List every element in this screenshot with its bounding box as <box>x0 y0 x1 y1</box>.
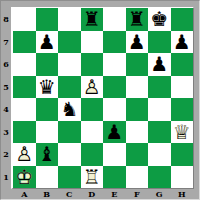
piece-white-rook-d1: ♖ <box>81 166 104 189</box>
square-g3[interactable] <box>148 121 171 144</box>
square-a1[interactable]: ♚♔ <box>13 166 36 189</box>
square-b2[interactable]: ♝ <box>36 143 59 166</box>
rank-label-4: 4 <box>1 98 11 121</box>
rank-label-3: 3 <box>1 121 11 144</box>
square-f1[interactable] <box>126 166 149 189</box>
square-h3[interactable]: ♛♕ <box>171 121 194 144</box>
square-a5[interactable] <box>13 76 36 99</box>
file-label-a: A <box>13 189 36 200</box>
square-g8[interactable]: ♚ <box>148 8 171 31</box>
square-e4[interactable] <box>103 98 126 121</box>
square-d7[interactable] <box>81 31 104 54</box>
file-label-e: E <box>103 189 126 200</box>
square-f7[interactable]: ♟ <box>126 31 149 54</box>
piece-white-king-fill-a1: ♚ <box>13 166 36 189</box>
square-f6[interactable] <box>126 53 149 76</box>
piece-black-pawn-h7: ♟ <box>171 31 194 54</box>
piece-black-pawn-b7: ♟ <box>36 31 59 54</box>
square-h4[interactable] <box>171 98 194 121</box>
piece-black-pawn-g6: ♟ <box>148 53 171 76</box>
file-label-f: F <box>126 189 149 200</box>
square-a2[interactable]: ♟♙ <box>13 143 36 166</box>
piece-white-king-a1: ♔ <box>13 166 36 189</box>
rank-label-1: 1 <box>1 166 11 189</box>
square-a4[interactable] <box>13 98 36 121</box>
piece-black-bishop-b2: ♝ <box>36 143 59 166</box>
chess-board-panel: 87654321 ♜♜♚♟♟♟♟♛♟♙♞♟♛♕♟♙♝♚♔♜♖ ABCDEFGH <box>0 0 200 200</box>
square-d3[interactable] <box>81 121 104 144</box>
square-b8[interactable] <box>36 8 59 31</box>
rank-label-2: 2 <box>1 143 11 166</box>
piece-black-rook-f8: ♜ <box>126 8 149 31</box>
square-c1[interactable] <box>58 166 81 189</box>
piece-white-pawn-a2: ♙ <box>13 143 36 166</box>
square-c8[interactable] <box>58 8 81 31</box>
square-f3[interactable] <box>126 121 149 144</box>
square-f4[interactable] <box>126 98 149 121</box>
square-f2[interactable] <box>126 143 149 166</box>
square-d8[interactable]: ♜ <box>81 8 104 31</box>
piece-white-queen-fill-h3: ♛ <box>171 121 194 144</box>
square-e7[interactable] <box>103 31 126 54</box>
square-d1[interactable]: ♜♖ <box>81 166 104 189</box>
square-c6[interactable] <box>58 53 81 76</box>
square-h8[interactable] <box>171 8 194 31</box>
file-label-g: G <box>148 189 171 200</box>
square-a8[interactable] <box>13 8 36 31</box>
file-label-d: D <box>81 189 104 200</box>
rank-label-7: 7 <box>1 31 11 54</box>
square-e5[interactable] <box>103 76 126 99</box>
piece-white-queen-h3: ♕ <box>171 121 194 144</box>
square-b7[interactable]: ♟ <box>36 31 59 54</box>
square-e2[interactable] <box>103 143 126 166</box>
piece-white-pawn-fill-a2: ♟ <box>13 143 36 166</box>
piece-white-pawn-fill-d5: ♟ <box>81 76 104 99</box>
square-c5[interactable] <box>58 76 81 99</box>
square-b1[interactable] <box>36 166 59 189</box>
square-g5[interactable] <box>148 76 171 99</box>
square-d5[interactable]: ♟♙ <box>81 76 104 99</box>
piece-black-rook-d8: ♜ <box>81 8 104 31</box>
rank-label-8: 8 <box>1 8 11 31</box>
square-f5[interactable] <box>126 76 149 99</box>
square-h5[interactable] <box>171 76 194 99</box>
square-c4[interactable]: ♞ <box>58 98 81 121</box>
square-b5[interactable]: ♛ <box>36 76 59 99</box>
square-a3[interactable] <box>13 121 36 144</box>
square-g1[interactable] <box>148 166 171 189</box>
piece-black-pawn-e3: ♟ <box>103 121 126 144</box>
square-h6[interactable] <box>171 53 194 76</box>
square-e8[interactable] <box>103 8 126 31</box>
square-h7[interactable]: ♟ <box>171 31 194 54</box>
piece-black-knight-c4: ♞ <box>58 98 81 121</box>
square-b3[interactable] <box>36 121 59 144</box>
board: ♜♜♚♟♟♟♟♛♟♙♞♟♛♕♟♙♝♚♔♜♖ <box>11 7 194 189</box>
rank-labels: 87654321 <box>1 8 11 188</box>
piece-black-pawn-f7: ♟ <box>126 31 149 54</box>
piece-black-queen-b5: ♛ <box>36 76 59 99</box>
square-e3[interactable]: ♟ <box>103 121 126 144</box>
piece-white-pawn-d5: ♙ <box>81 76 104 99</box>
square-h1[interactable] <box>171 166 194 189</box>
square-c3[interactable] <box>58 121 81 144</box>
piece-white-rook-fill-d1: ♜ <box>81 166 104 189</box>
square-b4[interactable] <box>36 98 59 121</box>
square-c2[interactable] <box>58 143 81 166</box>
file-labels: ABCDEFGH <box>13 189 193 200</box>
square-h2[interactable] <box>171 143 194 166</box>
square-g2[interactable] <box>148 143 171 166</box>
square-d4[interactable] <box>81 98 104 121</box>
square-g7[interactable] <box>148 31 171 54</box>
square-b6[interactable] <box>36 53 59 76</box>
square-e1[interactable] <box>103 166 126 189</box>
file-label-b: B <box>36 189 59 200</box>
file-label-c: C <box>58 189 81 200</box>
square-d6[interactable] <box>81 53 104 76</box>
rank-label-6: 6 <box>1 53 11 76</box>
square-d2[interactable] <box>81 143 104 166</box>
square-e6[interactable] <box>103 53 126 76</box>
rank-label-5: 5 <box>1 76 11 99</box>
square-f8[interactable]: ♜ <box>126 8 149 31</box>
square-g6[interactable]: ♟ <box>148 53 171 76</box>
square-a6[interactable] <box>13 53 36 76</box>
piece-black-king-g8: ♚ <box>148 8 171 31</box>
square-c7[interactable] <box>58 31 81 54</box>
square-a7[interactable] <box>13 31 36 54</box>
file-label-h: H <box>171 189 194 200</box>
square-g4[interactable] <box>148 98 171 121</box>
